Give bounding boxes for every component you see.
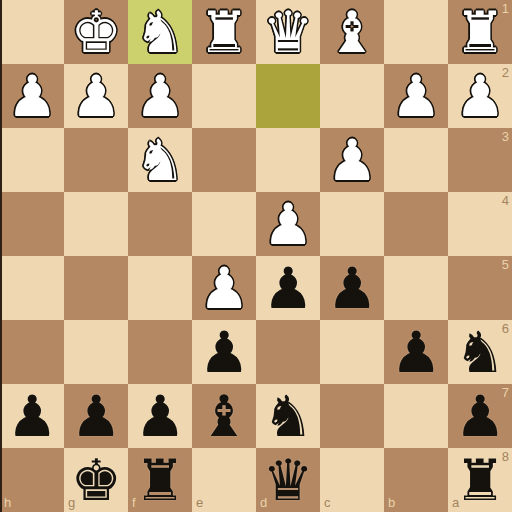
square-c5[interactable]: ♟ xyxy=(320,256,384,320)
white-pawn[interactable]: ♟ xyxy=(390,64,441,128)
black-rook[interactable]: ♜ xyxy=(454,448,505,512)
square-e7[interactable]: ♝ xyxy=(192,384,256,448)
file-label-b: b xyxy=(388,496,395,510)
chess-board: ♚♞♜♛♝♜1♟♟♟♟♟2♞♟3♟4♟♟♟5♟♟♞6♟♟♟♝♞♟7h♚g♜fe♛… xyxy=(0,0,512,512)
file-label-c: c xyxy=(324,496,331,510)
square-e6[interactable]: ♟ xyxy=(192,320,256,384)
white-bishop[interactable]: ♝ xyxy=(326,0,377,64)
white-knight[interactable]: ♞ xyxy=(134,0,185,64)
black-pawn[interactable]: ♟ xyxy=(390,320,441,384)
square-h6[interactable] xyxy=(0,320,64,384)
square-g3[interactable] xyxy=(64,128,128,192)
square-h8[interactable]: h xyxy=(0,448,64,512)
square-b5[interactable] xyxy=(384,256,448,320)
square-e5[interactable]: ♟ xyxy=(192,256,256,320)
square-c7[interactable] xyxy=(320,384,384,448)
square-d2[interactable] xyxy=(256,64,320,128)
black-rook[interactable]: ♜ xyxy=(134,448,185,512)
square-c2[interactable] xyxy=(320,64,384,128)
square-e1[interactable]: ♜ xyxy=(192,0,256,64)
square-g6[interactable] xyxy=(64,320,128,384)
square-b2[interactable]: ♟ xyxy=(384,64,448,128)
white-knight[interactable]: ♞ xyxy=(134,128,185,192)
square-a3[interactable]: 3 xyxy=(448,128,512,192)
square-f5[interactable] xyxy=(128,256,192,320)
square-g8[interactable]: ♚g xyxy=(64,448,128,512)
rank-label-4: 4 xyxy=(502,194,509,208)
white-king[interactable]: ♚ xyxy=(70,0,121,64)
file-label-e: e xyxy=(196,496,203,510)
black-pawn[interactable]: ♟ xyxy=(70,384,121,448)
square-f7[interactable]: ♟ xyxy=(128,384,192,448)
white-pawn[interactable]: ♟ xyxy=(6,64,57,128)
square-h3[interactable] xyxy=(0,128,64,192)
square-b1[interactable] xyxy=(384,0,448,64)
white-pawn[interactable]: ♟ xyxy=(326,128,377,192)
square-e2[interactable] xyxy=(192,64,256,128)
square-c1[interactable]: ♝ xyxy=(320,0,384,64)
black-knight[interactable]: ♞ xyxy=(262,384,313,448)
square-d8[interactable]: ♛d xyxy=(256,448,320,512)
square-b3[interactable] xyxy=(384,128,448,192)
square-a2[interactable]: ♟2 xyxy=(448,64,512,128)
white-pawn[interactable]: ♟ xyxy=(70,64,121,128)
square-g1[interactable]: ♚ xyxy=(64,0,128,64)
file-label-h: h xyxy=(4,496,11,510)
square-e4[interactable] xyxy=(192,192,256,256)
square-f2[interactable]: ♟ xyxy=(128,64,192,128)
square-f3[interactable]: ♞ xyxy=(128,128,192,192)
square-a5[interactable]: 5 xyxy=(448,256,512,320)
square-h2[interactable]: ♟ xyxy=(0,64,64,128)
square-g5[interactable] xyxy=(64,256,128,320)
square-a7[interactable]: ♟7 xyxy=(448,384,512,448)
square-a6[interactable]: ♞6 xyxy=(448,320,512,384)
rank-label-5: 5 xyxy=(502,258,509,272)
square-c8[interactable]: c xyxy=(320,448,384,512)
rank-label-3: 3 xyxy=(502,130,509,144)
black-king[interactable]: ♚ xyxy=(70,448,121,512)
black-queen[interactable]: ♛ xyxy=(262,448,313,512)
square-e3[interactable] xyxy=(192,128,256,192)
square-c4[interactable] xyxy=(320,192,384,256)
square-h5[interactable] xyxy=(0,256,64,320)
square-c6[interactable] xyxy=(320,320,384,384)
square-a1[interactable]: ♜1 xyxy=(448,0,512,64)
square-g4[interactable] xyxy=(64,192,128,256)
black-bishop[interactable]: ♝ xyxy=(198,384,249,448)
white-pawn[interactable]: ♟ xyxy=(134,64,185,128)
board-left-edge xyxy=(0,0,2,512)
white-rook[interactable]: ♜ xyxy=(198,0,249,64)
square-h7[interactable]: ♟ xyxy=(0,384,64,448)
square-h4[interactable] xyxy=(0,192,64,256)
square-a8[interactable]: ♜8a xyxy=(448,448,512,512)
square-d3[interactable] xyxy=(256,128,320,192)
square-b6[interactable]: ♟ xyxy=(384,320,448,384)
square-d6[interactable] xyxy=(256,320,320,384)
square-a4[interactable]: 4 xyxy=(448,192,512,256)
white-pawn[interactable]: ♟ xyxy=(198,256,249,320)
black-pawn[interactable]: ♟ xyxy=(198,320,249,384)
black-knight[interactable]: ♞ xyxy=(454,320,505,384)
white-rook[interactable]: ♜ xyxy=(454,0,505,64)
white-queen[interactable]: ♛ xyxy=(262,0,313,64)
black-pawn[interactable]: ♟ xyxy=(454,384,505,448)
square-h1[interactable] xyxy=(0,0,64,64)
square-d7[interactable]: ♞ xyxy=(256,384,320,448)
square-b4[interactable] xyxy=(384,192,448,256)
black-pawn[interactable]: ♟ xyxy=(262,256,313,320)
square-f1[interactable]: ♞ xyxy=(128,0,192,64)
white-pawn[interactable]: ♟ xyxy=(262,192,313,256)
black-pawn[interactable]: ♟ xyxy=(326,256,377,320)
square-g2[interactable]: ♟ xyxy=(64,64,128,128)
square-f4[interactable] xyxy=(128,192,192,256)
black-pawn[interactable]: ♟ xyxy=(134,384,185,448)
square-b7[interactable] xyxy=(384,384,448,448)
square-d1[interactable]: ♛ xyxy=(256,0,320,64)
square-c3[interactable]: ♟ xyxy=(320,128,384,192)
square-e8[interactable]: e xyxy=(192,448,256,512)
black-pawn[interactable]: ♟ xyxy=(6,384,57,448)
square-d5[interactable]: ♟ xyxy=(256,256,320,320)
square-g7[interactable]: ♟ xyxy=(64,384,128,448)
square-b8[interactable]: b xyxy=(384,448,448,512)
white-pawn[interactable]: ♟ xyxy=(454,64,505,128)
square-d4[interactable]: ♟ xyxy=(256,192,320,256)
square-f8[interactable]: ♜f xyxy=(128,448,192,512)
square-f6[interactable] xyxy=(128,320,192,384)
